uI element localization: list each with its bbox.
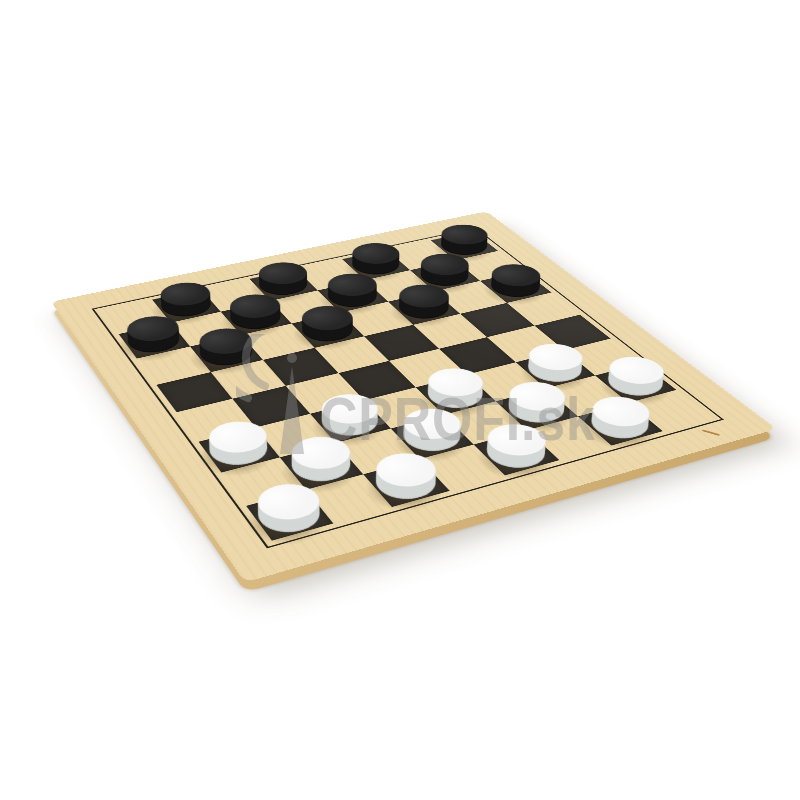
board-surface [51, 211, 776, 582]
black-piece [391, 293, 457, 324]
black-piece [294, 314, 361, 346]
white-piece [598, 365, 673, 401]
checkers-board [51, 211, 776, 582]
white-piece [249, 492, 329, 539]
white-piece [394, 417, 470, 458]
black-piece [121, 324, 186, 357]
white-piece [581, 404, 659, 444]
wood-grain-mark [702, 430, 721, 437]
black-piece [482, 272, 548, 301]
white-piece [477, 432, 556, 474]
white-piece [202, 429, 277, 471]
board-perspective-wrapper [121, 93, 657, 629]
white-piece [499, 390, 575, 428]
black-piece [193, 336, 260, 370]
white-piece [313, 402, 387, 441]
white-piece [366, 461, 446, 505]
white-piece [283, 445, 360, 488]
